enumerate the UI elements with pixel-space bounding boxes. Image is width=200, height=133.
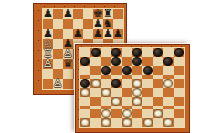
draughts-square-r8c2 (101, 109, 111, 118)
draughts-square-r5c5 (132, 88, 142, 97)
draughts-piece-white (80, 118, 90, 127)
draughts-square-r1c5 (132, 57, 142, 66)
chess-square-b3 (53, 59, 63, 69)
draughts-square-r5c3 (111, 88, 121, 97)
draughts-square-r8c9 (174, 109, 184, 118)
draughts-square-r4c2 (101, 79, 111, 88)
draughts-square-r5c2 (101, 88, 111, 97)
draughts-square-r2c3 (111, 66, 121, 75)
draughts-square-r2c6 (142, 66, 152, 75)
draughts-square-r0c5 (132, 48, 142, 57)
draughts-square-r2c0 (80, 66, 90, 75)
draughts-piece-white (122, 118, 132, 127)
draughts-square-r5c4 (122, 88, 132, 97)
draughts-square-r2c8 (163, 66, 173, 75)
chess-square-a8: ♟ (43, 9, 53, 19)
draughts-piece-black (163, 57, 173, 66)
chess-square-b7 (53, 19, 63, 29)
draughts-frame-ticks-left (78, 49, 79, 128)
draughts-square-r8c3 (111, 109, 121, 118)
chess-square-b8 (53, 9, 63, 19)
draughts-board (75, 44, 190, 133)
draughts-square-r0c0 (80, 48, 90, 57)
draughts-square-r6c5 (132, 97, 142, 106)
chess-square-e6 (83, 29, 93, 39)
draughts-piece-white (132, 88, 142, 97)
draughts-square-r9c9 (174, 118, 184, 127)
draughts-square-r4c0 (80, 79, 90, 88)
chess-frame-ticks-left (38, 10, 39, 90)
draughts-piece-white (143, 118, 153, 127)
draughts-square-r0c6 (142, 48, 152, 57)
draughts-square-r6c3 (111, 97, 121, 106)
chess-square-c8: ♟ (63, 9, 73, 19)
draughts-square-r6c8 (163, 97, 173, 106)
draughts-square-r6c7 (153, 97, 163, 106)
chess-piece-bp: ♟ (43, 9, 53, 19)
chess-square-c7 (63, 19, 73, 29)
draughts-piece-black (132, 48, 142, 57)
draughts-square-r6c6 (142, 97, 152, 106)
chess-square-c3: ♛ (63, 59, 73, 69)
draughts-piece-black (122, 66, 132, 75)
draughts-square-r6c4 (122, 97, 132, 106)
draughts-piece-white (101, 118, 111, 127)
chess-piece-bp: ♟ (73, 29, 83, 39)
draughts-square-r0c2 (101, 48, 111, 57)
chess-square-g6: ♟ (103, 29, 113, 39)
draughts-square-r8c8 (163, 109, 173, 118)
draughts-square-r8c4 (122, 109, 132, 118)
draughts-square-r2c7 (153, 66, 163, 75)
chess-square-h6: ♟ (113, 29, 123, 39)
draughts-piece-white (122, 109, 132, 118)
draughts-square-r1c2 (101, 57, 111, 66)
draughts-square-r9c8 (163, 118, 173, 127)
draughts-square-r1c4 (122, 57, 132, 66)
draughts-square-r4c8 (163, 79, 173, 88)
draughts-square-r4c1 (90, 79, 100, 88)
draughts-piece-white (132, 97, 142, 106)
chess-square-f6: ♟ (93, 29, 103, 39)
draughts-square-r4c7 (153, 79, 163, 88)
chess-piece-bp: ♟ (93, 29, 103, 39)
draughts-square-r0c1 (90, 48, 100, 57)
draughts-square-r0c3 (111, 48, 121, 57)
draughts-square-r8c0 (80, 109, 90, 118)
draughts-square-r5c6 (142, 88, 152, 97)
draughts-square-r9c6 (142, 118, 152, 127)
draughts-square-r6c1 (90, 97, 100, 106)
chess-piece-bq: ♛ (63, 59, 73, 69)
draughts-squares-grid (80, 48, 184, 127)
draughts-piece-white (101, 88, 111, 97)
draughts-square-r6c2 (101, 97, 111, 106)
chess-square-a1 (43, 79, 53, 89)
draughts-square-r8c5 (132, 109, 142, 118)
draughts-square-r5c8 (163, 88, 173, 97)
draughts-piece-white (111, 97, 121, 106)
chess-square-e8 (83, 9, 93, 19)
chess-square-d6: ♟ (73, 29, 83, 39)
draughts-frame-ticks-top (81, 46, 185, 47)
draughts-square-r9c1 (90, 118, 100, 127)
draughts-square-r0c9 (174, 48, 184, 57)
chess-square-b6 (53, 29, 63, 39)
draughts-square-r4c6 (142, 79, 152, 88)
draughts-piece-black (111, 79, 121, 88)
draughts-square-r4c5 (132, 79, 142, 88)
chess-square-a3: ♙ (43, 59, 53, 69)
draughts-square-r8c7 (153, 109, 163, 118)
chess-piece-bp: ♟ (113, 29, 123, 39)
chess-square-b5 (53, 39, 63, 49)
draughts-piece-black (143, 66, 153, 75)
draughts-piece-black (174, 48, 184, 57)
chess-piece-wp: ♙ (43, 59, 53, 69)
draughts-square-r1c6 (142, 57, 152, 66)
draughts-square-r5c9 (174, 88, 184, 97)
chess-square-b4 (53, 49, 63, 59)
draughts-piece-white (91, 79, 101, 88)
draughts-square-r5c1 (90, 88, 100, 97)
illustration-scene: ♟♟♚♜♟♞♟♟♟♟♟♘♟♖♙♙♛♙ (0, 0, 200, 133)
draughts-square-r6c9 (174, 97, 184, 106)
draughts-square-r1c7 (153, 57, 163, 66)
chess-square-c1 (63, 79, 73, 89)
draughts-square-r6c0 (80, 97, 90, 106)
draughts-square-r1c3 (111, 57, 121, 66)
draughts-piece-black (132, 57, 142, 66)
draughts-piece-white (163, 79, 173, 88)
draughts-piece-black (101, 66, 111, 75)
draughts-square-r9c2 (101, 118, 111, 127)
draughts-square-r8c1 (90, 109, 100, 118)
draughts-piece-black (111, 48, 121, 57)
draughts-square-r9c4 (122, 118, 132, 127)
draughts-square-r0c7 (153, 48, 163, 57)
chess-piece-bp: ♟ (63, 9, 73, 19)
draughts-piece-black (91, 48, 101, 57)
chess-square-e7 (83, 19, 93, 29)
chess-square-b1: ♙ (53, 79, 63, 89)
draughts-square-r4c9 (174, 79, 184, 88)
draughts-square-r5c0 (80, 88, 90, 97)
draughts-piece-black (153, 48, 163, 57)
draughts-square-r2c9 (174, 66, 184, 75)
chess-square-c2 (63, 69, 73, 79)
draughts-square-r9c7 (153, 118, 163, 127)
draughts-square-r9c3 (111, 118, 121, 127)
draughts-square-r1c1 (90, 57, 100, 66)
draughts-square-r4c3 (111, 79, 121, 88)
chess-piece-wp: ♙ (53, 79, 63, 89)
draughts-square-r9c5 (132, 118, 142, 127)
draughts-piece-black (80, 57, 90, 66)
draughts-square-r4c4 (122, 79, 132, 88)
draughts-piece-black (80, 79, 90, 88)
draughts-square-r5c7 (153, 88, 163, 97)
draughts-square-r0c8 (163, 48, 173, 57)
chess-piece-bp: ♟ (103, 29, 113, 39)
draughts-piece-white (80, 88, 90, 97)
draughts-piece-white (132, 79, 142, 88)
draughts-piece-white (101, 109, 111, 118)
draughts-piece-black (111, 57, 121, 66)
draughts-square-r1c8 (163, 57, 173, 66)
draughts-square-r2c5 (132, 66, 142, 75)
draughts-square-r8c6 (142, 109, 152, 118)
chess-square-a2 (43, 69, 53, 79)
chess-square-h8 (113, 9, 123, 19)
draughts-square-r2c4 (122, 66, 132, 75)
draughts-square-r1c0 (80, 57, 90, 66)
draughts-square-r9c0 (80, 118, 90, 127)
draughts-piece-white (153, 109, 163, 118)
draughts-square-r0c4 (122, 48, 132, 57)
draughts-square-r2c2 (101, 66, 111, 75)
draughts-square-r2c1 (90, 66, 100, 75)
chess-square-d8 (73, 9, 83, 19)
draughts-piece-white (163, 118, 173, 127)
draughts-square-r1c9 (174, 57, 184, 66)
